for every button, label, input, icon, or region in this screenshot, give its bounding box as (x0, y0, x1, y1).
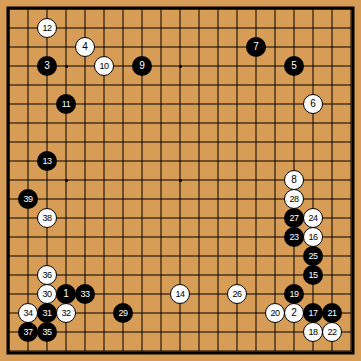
star-point (65, 65, 68, 68)
stone-7-black[interactable]: 7 (246, 37, 266, 57)
stone-10-white[interactable]: 10 (94, 56, 114, 76)
star-point (179, 65, 182, 68)
stone-24-white[interactable]: 24 (303, 208, 323, 228)
stone-9-black[interactable]: 9 (132, 56, 152, 76)
stone-27-black[interactable]: 27 (284, 208, 304, 228)
stone-22-white[interactable]: 22 (322, 322, 342, 342)
stone-5-black[interactable]: 5 (284, 56, 304, 76)
stone-21-black[interactable]: 21 (322, 303, 342, 323)
stone-15-black[interactable]: 15 (303, 265, 323, 285)
stone-34-white[interactable]: 34 (18, 303, 38, 323)
stone-14-white[interactable]: 14 (170, 284, 190, 304)
stone-36-white[interactable]: 36 (37, 265, 57, 285)
stone-23-black[interactable]: 23 (284, 227, 304, 247)
stone-33-black[interactable]: 33 (75, 284, 95, 304)
stone-28-white[interactable]: 28 (284, 189, 304, 209)
stone-1-black[interactable]: 1 (56, 284, 76, 304)
stone-8-white[interactable]: 8 (284, 170, 304, 190)
stone-4-white[interactable]: 4 (75, 37, 95, 57)
go-board-diagram: 1234567891011121314151617181920212223242… (0, 0, 361, 361)
stone-38-white[interactable]: 38 (37, 208, 57, 228)
stone-31-black[interactable]: 31 (37, 303, 57, 323)
stone-26-white[interactable]: 26 (227, 284, 247, 304)
stone-11-black[interactable]: 11 (56, 94, 76, 114)
stone-13-black[interactable]: 13 (37, 151, 57, 171)
stone-37-black[interactable]: 37 (18, 322, 38, 342)
stone-12-white[interactable]: 12 (37, 18, 57, 38)
go-board[interactable]: 1234567891011121314151617181920212223242… (0, 0, 361, 361)
stone-16-white[interactable]: 16 (303, 227, 323, 247)
stone-32-white[interactable]: 32 (56, 303, 76, 323)
stone-30-white[interactable]: 30 (37, 284, 57, 304)
stone-6-white[interactable]: 6 (303, 94, 323, 114)
stone-25-black[interactable]: 25 (303, 246, 323, 266)
stone-2-white[interactable]: 2 (284, 303, 304, 323)
stone-3-black[interactable]: 3 (37, 56, 57, 76)
stone-39-black[interactable]: 39 (18, 189, 38, 209)
stone-29-black[interactable]: 29 (113, 303, 133, 323)
star-point (65, 179, 68, 182)
star-point (179, 179, 182, 182)
stone-17-black[interactable]: 17 (303, 303, 323, 323)
stone-18-white[interactable]: 18 (303, 322, 323, 342)
stone-35-black[interactable]: 35 (37, 322, 57, 342)
stone-19-black[interactable]: 19 (284, 284, 304, 304)
stone-20-white[interactable]: 20 (265, 303, 285, 323)
